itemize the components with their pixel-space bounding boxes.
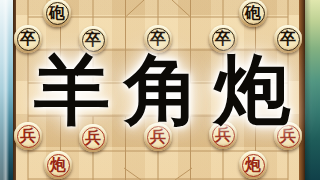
piece-red-soldier[interactable]: 兵: [144, 123, 172, 151]
piece-black-soldier[interactable]: 卒: [79, 26, 107, 54]
piece-red-cannon[interactable]: 炮: [44, 151, 72, 179]
piece-red-soldier[interactable]: 兵: [14, 122, 42, 150]
piece-glyph: 兵: [79, 124, 107, 152]
piece-glyph: 卒: [144, 25, 172, 53]
piece-glyph: 砲: [239, 0, 267, 27]
piece-glyph: 炮: [239, 151, 267, 179]
piece-glyph: 兵: [209, 121, 237, 149]
piece-red-soldier[interactable]: 兵: [79, 124, 107, 152]
piece-black-soldier[interactable]: 卒: [14, 25, 42, 53]
piece-glyph: 兵: [274, 122, 302, 150]
piece-glyph: 卒: [14, 25, 42, 53]
piece-glyph: 卒: [274, 25, 302, 53]
piece-glyph: 卒: [209, 25, 237, 53]
piece-glyph: 砲: [43, 0, 71, 27]
piece-black-soldier[interactable]: 卒: [274, 25, 302, 53]
piece-black-soldier[interactable]: 卒: [209, 25, 237, 53]
piece-red-soldier[interactable]: 兵: [209, 121, 237, 149]
piece-black-cannon[interactable]: 砲: [239, 0, 267, 27]
piece-red-cannon[interactable]: 炮: [239, 151, 267, 179]
piece-glyph: 炮: [44, 151, 72, 179]
piece-glyph: 兵: [144, 123, 172, 151]
piece-black-cannon[interactable]: 砲: [43, 0, 71, 27]
piece-red-soldier[interactable]: 兵: [274, 122, 302, 150]
piece-glyph: 卒: [79, 26, 107, 54]
xiangqi-thumbnail: 砲砲卒卒卒卒卒兵兵兵兵兵炮炮 羊角炮: [0, 0, 320, 180]
piece-glyph: 兵: [14, 122, 42, 150]
piece-black-soldier[interactable]: 卒: [144, 25, 172, 53]
